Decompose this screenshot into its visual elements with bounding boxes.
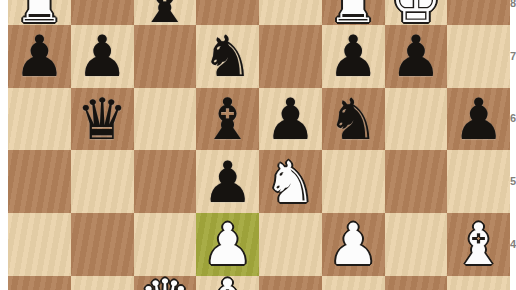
rank-label-7: 7 [510, 51, 516, 62]
square-h6[interactable]: ♟ [447, 88, 510, 151]
square-c5[interactable] [134, 150, 197, 213]
square-e6[interactable]: ♟ [259, 88, 322, 151]
piece-wB-d3[interactable]: ♝ [202, 269, 253, 290]
square-b6[interactable]: ♛ [71, 88, 134, 151]
square-h3[interactable] [447, 276, 510, 290]
rank-label-4: 4 [510, 239, 516, 250]
piece-bP-b7[interactable]: ♟ [77, 25, 128, 87]
square-a8[interactable]: ♜ [8, 0, 71, 25]
square-f3[interactable] [322, 276, 385, 290]
square-f7[interactable]: ♟ [322, 25, 385, 88]
square-a6[interactable] [8, 88, 71, 151]
square-d3[interactable]: ♝ [196, 276, 259, 290]
square-f4[interactable]: ♟ [322, 213, 385, 276]
square-g6[interactable] [385, 88, 448, 151]
square-h8[interactable] [447, 0, 510, 25]
square-b4[interactable] [71, 213, 134, 276]
left-margin [0, 0, 8, 290]
square-f8[interactable]: ♜ [322, 0, 385, 25]
piece-bP-f7[interactable]: ♟ [328, 25, 379, 87]
square-g5[interactable] [385, 150, 448, 213]
square-c6[interactable] [134, 88, 197, 151]
square-a3[interactable] [8, 276, 71, 290]
square-e3[interactable] [259, 276, 322, 290]
piece-bP-h6[interactable]: ♟ [453, 88, 504, 150]
square-c3[interactable]: ♛ [134, 276, 197, 290]
square-f6[interactable]: ♞ [322, 88, 385, 151]
rank-label-5: 5 [510, 176, 516, 187]
piece-bP-g7[interactable]: ♟ [390, 25, 441, 87]
piece-bP-a7[interactable]: ♟ [14, 25, 65, 87]
piece-bQ-b6[interactable]: ♛ [77, 88, 128, 150]
square-h4[interactable]: ♝ [447, 213, 510, 276]
piece-wN-e5[interactable]: ♞ [265, 151, 316, 213]
square-b5[interactable] [71, 150, 134, 213]
piece-wB-h4[interactable]: ♝ [453, 213, 504, 275]
square-f5[interactable] [322, 150, 385, 213]
piece-wP-f4[interactable]: ♟ [328, 213, 379, 275]
square-h7[interactable] [447, 25, 510, 88]
piece-bB-d6[interactable]: ♝ [202, 88, 253, 150]
square-g3[interactable] [385, 276, 448, 290]
square-b7[interactable]: ♟ [71, 25, 134, 88]
square-d5[interactable]: ♟ [196, 150, 259, 213]
square-h5[interactable] [447, 150, 510, 213]
piece-wP-d4[interactable]: ♟ [202, 213, 253, 275]
square-d7[interactable]: ♞ [196, 25, 259, 88]
square-b3[interactable] [71, 276, 134, 290]
piece-bP-d5[interactable]: ♟ [202, 151, 253, 213]
square-g8[interactable]: ♚ [385, 0, 448, 25]
piece-wQ-c3[interactable]: ♛ [139, 269, 190, 290]
square-d8[interactable] [196, 0, 259, 25]
square-e8[interactable] [259, 0, 322, 25]
rank-label-6: 6 [510, 113, 516, 124]
square-e5[interactable]: ♞ [259, 150, 322, 213]
square-e7[interactable] [259, 25, 322, 88]
square-a7[interactable]: ♟ [8, 25, 71, 88]
board-viewport: ♜♝♜♚♟♟♞♟♟♛♝♟♞♟♟♞♟♟♝♛♝ 87654 [0, 0, 516, 290]
piece-bN-d7[interactable]: ♞ [202, 25, 253, 87]
square-g7[interactable]: ♟ [385, 25, 448, 88]
square-c8[interactable]: ♝ [134, 0, 197, 25]
square-a4[interactable] [8, 213, 71, 276]
square-d6[interactable]: ♝ [196, 88, 259, 151]
rank-label-8: 8 [510, 0, 516, 9]
square-g4[interactable] [385, 213, 448, 276]
square-b8[interactable] [71, 0, 134, 25]
piece-bN-f6[interactable]: ♞ [328, 88, 379, 150]
piece-bP-e6[interactable]: ♟ [265, 88, 316, 150]
chess-board: ♜♝♜♚♟♟♞♟♟♛♝♟♞♟♟♞♟♟♝♛♝ [8, 0, 510, 290]
square-a5[interactable] [8, 150, 71, 213]
square-c7[interactable] [134, 25, 197, 88]
square-e4[interactable] [259, 213, 322, 276]
